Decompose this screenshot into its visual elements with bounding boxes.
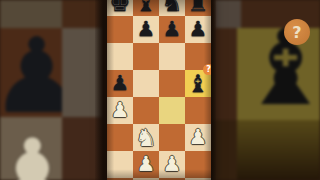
square-g3[interactable] [159,124,185,151]
square-g4[interactable] [159,97,185,124]
square-f2[interactable]: ♟ [133,151,159,178]
black-pawn: ♟ [189,19,208,40]
black-pawn: ♟ [111,73,130,94]
video-frame: ♟ ♟ ♝ ? ♚♝♞♜♟♟♟♟♝?♟♞♟♟♟ [0,0,320,180]
square-h8[interactable]: ♜ [185,0,211,16]
square-e1[interactable] [107,178,133,180]
square-f4[interactable] [133,97,159,124]
chess-board: ♚♝♞♜♟♟♟♟♝?♟♞♟♟♟ [107,0,211,180]
square-f5[interactable] [133,70,159,97]
board-edge-shadow-right [211,0,216,180]
square-h7[interactable]: ♟ [185,16,211,43]
square-g7[interactable]: ♟ [159,16,185,43]
bg-square [215,0,241,28]
black-knight: ♞ [161,0,183,15]
bg-square-e5-zoom: ♟ [0,28,62,117]
mistake-question-badge-large: ? [284,19,310,45]
square-g1[interactable] [159,178,185,180]
square-f6[interactable] [133,43,159,70]
question-mark-icon: ? [292,23,301,42]
board-edge-shadow-left [95,0,107,180]
bg-square-h5-zoom: ♝ [237,28,320,120]
square-h5[interactable]: ♝? [185,70,211,97]
square-g2[interactable]: ♟ [159,151,185,178]
square-h3[interactable]: ♟ [185,124,211,151]
square-g6[interactable] [159,43,185,70]
square-f7[interactable]: ♟ [133,16,159,43]
square-e5[interactable]: ♟ [107,70,133,97]
square-e4[interactable]: ♟ [107,97,133,124]
square-f3[interactable]: ♞ [133,124,159,151]
square-g8[interactable]: ♞ [159,0,185,16]
board-grid: ♚♝♞♜♟♟♟♟♝?♟♞♟♟♟ [107,0,211,180]
square-e7[interactable] [107,16,133,43]
black-bishop: ♝ [187,72,209,96]
square-e8[interactable]: ♚ [107,0,133,16]
square-h2[interactable] [185,151,211,178]
square-e3[interactable] [107,124,133,151]
square-g5[interactable] [159,70,185,97]
background-left: ♟ ♟ [0,0,107,180]
background-left-blur: ♟ ♟ [0,0,107,180]
white-knight: ♞ [135,126,157,150]
square-f1[interactable] [133,178,159,180]
black-pawn: ♟ [137,19,156,40]
square-e6[interactable] [107,43,133,70]
black-king: ♚ [109,0,131,15]
bg-square [237,120,320,180]
white-pawn: ♟ [189,127,208,148]
square-h1[interactable] [185,178,211,180]
black-pawn: ♟ [163,19,182,40]
square-e2[interactable] [107,151,133,178]
black-bishop: ♝ [135,0,157,15]
square-f8[interactable]: ♝ [133,0,159,16]
white-pawn: ♟ [163,154,182,175]
background-right: ♝ ? [211,0,320,180]
white-pawn: ♟ [137,154,156,175]
bg-square-e4-zoom: ♟ [0,117,62,180]
white-pawn: ♟ [111,100,130,121]
mistake-question-badge: ? [203,64,211,75]
black-rook: ♜ [187,0,209,15]
square-h4[interactable] [185,97,211,124]
